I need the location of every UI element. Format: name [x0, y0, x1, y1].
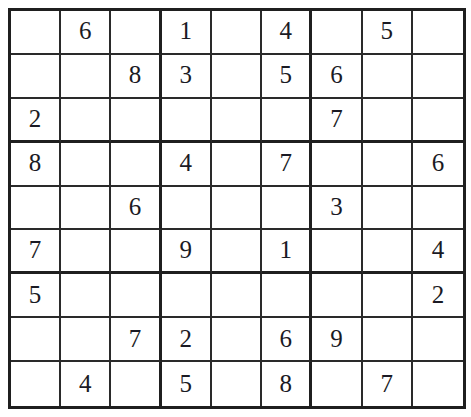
cell-r8c3[interactable]: 7	[111, 318, 161, 362]
cell-r5c1[interactable]	[11, 187, 61, 231]
cell-r4c2[interactable]	[61, 143, 111, 187]
cell-r7c1[interactable]: 5	[11, 274, 61, 318]
cell-r7c4[interactable]	[162, 274, 212, 318]
cell-r9c3[interactable]	[111, 362, 161, 406]
given-digit: 2	[432, 282, 445, 307]
cell-r8c1[interactable]	[11, 318, 61, 362]
given-digit: 7	[380, 371, 393, 396]
given-digit: 8	[129, 62, 142, 87]
given-digit: 4	[279, 18, 292, 43]
cell-r4c6[interactable]: 7	[262, 143, 312, 187]
cell-r4c3[interactable]	[111, 143, 161, 187]
cell-r8c7[interactable]: 9	[312, 318, 362, 362]
cell-r1c9[interactable]	[413, 11, 463, 55]
given-digit: 6	[432, 150, 445, 175]
cell-r8c9[interactable]	[413, 318, 463, 362]
cell-r3c4[interactable]	[162, 99, 212, 143]
cell-r6c4[interactable]: 9	[162, 230, 212, 274]
cell-r4c1[interactable]: 8	[11, 143, 61, 187]
cell-r5c3[interactable]: 6	[111, 187, 161, 231]
cell-r7c3[interactable]	[111, 274, 161, 318]
cell-r3c1[interactable]: 2	[11, 99, 61, 143]
cell-r7c8[interactable]	[363, 274, 413, 318]
given-digit: 7	[330, 106, 343, 131]
cell-r6c8[interactable]	[363, 230, 413, 274]
given-digit: 7	[279, 150, 292, 175]
cell-r5c2[interactable]	[61, 187, 111, 231]
cell-r6c3[interactable]	[111, 230, 161, 274]
cell-r1c8[interactable]: 5	[363, 11, 413, 55]
cell-r1c1[interactable]	[11, 11, 61, 55]
given-digit: 6	[129, 194, 142, 219]
cell-r1c7[interactable]	[312, 11, 362, 55]
given-digit: 4	[432, 237, 445, 262]
cell-r5c5[interactable]	[212, 187, 262, 231]
given-digit: 7	[29, 237, 42, 262]
cell-r4c7[interactable]	[312, 143, 362, 187]
given-digit: 1	[279, 237, 292, 262]
cell-r2c1[interactable]	[11, 55, 61, 99]
given-digit: 2	[29, 106, 42, 131]
cell-r5c6[interactable]	[262, 187, 312, 231]
cell-r7c5[interactable]	[212, 274, 262, 318]
cell-r5c9[interactable]	[413, 187, 463, 231]
cell-r1c6[interactable]: 4	[262, 11, 312, 55]
given-digit: 2	[180, 326, 193, 351]
cell-r3c7[interactable]: 7	[312, 99, 362, 143]
cell-r1c2[interactable]: 6	[61, 11, 111, 55]
cell-r6c1[interactable]: 7	[11, 230, 61, 274]
cell-r2c2[interactable]	[61, 55, 111, 99]
cell-r9c2[interactable]: 4	[61, 362, 111, 406]
cell-r3c3[interactable]	[111, 99, 161, 143]
cell-r7c9[interactable]: 2	[413, 274, 463, 318]
cell-r9c5[interactable]	[212, 362, 262, 406]
cell-r2c9[interactable]	[413, 55, 463, 99]
cell-r2c8[interactable]	[363, 55, 413, 99]
cell-r6c6[interactable]: 1	[262, 230, 312, 274]
cell-r4c4[interactable]: 4	[162, 143, 212, 187]
cell-r4c5[interactable]	[212, 143, 262, 187]
given-digit: 8	[279, 371, 292, 396]
cell-r6c2[interactable]	[61, 230, 111, 274]
cell-r9c1[interactable]	[11, 362, 61, 406]
cell-r3c8[interactable]	[363, 99, 413, 143]
cell-r5c8[interactable]	[363, 187, 413, 231]
cell-r9c9[interactable]	[413, 362, 463, 406]
cell-r6c9[interactable]: 4	[413, 230, 463, 274]
given-digit: 3	[180, 62, 193, 87]
cell-r6c5[interactable]	[212, 230, 262, 274]
cell-r7c6[interactable]	[262, 274, 312, 318]
given-digit: 3	[330, 194, 343, 219]
given-digit: 5	[380, 18, 393, 43]
cell-r4c9[interactable]: 6	[413, 143, 463, 187]
given-digit: 6	[79, 18, 92, 43]
cell-r7c2[interactable]	[61, 274, 111, 318]
given-digit: 5	[29, 282, 42, 307]
cell-r8c4[interactable]: 2	[162, 318, 212, 362]
given-digit: 4	[79, 371, 92, 396]
given-digit: 4	[180, 150, 193, 175]
cell-r3c5[interactable]	[212, 99, 262, 143]
given-digit: 9	[180, 237, 193, 262]
cell-r1c5[interactable]	[212, 11, 262, 55]
cell-r2c5[interactable]	[212, 55, 262, 99]
cell-r3c2[interactable]	[61, 99, 111, 143]
cell-r7c7[interactable]	[312, 274, 362, 318]
cell-r9c7[interactable]	[312, 362, 362, 406]
cell-r1c4[interactable]: 1	[162, 11, 212, 55]
given-digit: 9	[330, 326, 343, 351]
given-digit: 5	[180, 371, 193, 396]
cell-r9c8[interactable]: 7	[363, 362, 413, 406]
given-digit: 6	[330, 62, 343, 87]
cell-r8c5[interactable]	[212, 318, 262, 362]
cell-r4c8[interactable]	[363, 143, 413, 187]
cell-r8c6[interactable]: 6	[262, 318, 312, 362]
sudoku-board: 614583562784766379145272694587	[8, 8, 466, 409]
cell-r3c9[interactable]	[413, 99, 463, 143]
given-digit: 6	[279, 326, 292, 351]
cell-r1c3[interactable]	[111, 11, 161, 55]
cell-r8c8[interactable]	[363, 318, 413, 362]
cell-r6c7[interactable]	[312, 230, 362, 274]
cell-r9c4[interactable]: 5	[162, 362, 212, 406]
cell-r9c6[interactable]: 8	[262, 362, 312, 406]
cell-r3c6[interactable]	[262, 99, 312, 143]
cell-r5c7[interactable]: 3	[312, 187, 362, 231]
given-digit: 7	[129, 326, 142, 351]
cell-r8c2[interactable]	[61, 318, 111, 362]
given-digit: 1	[180, 18, 193, 43]
cell-r2c4[interactable]: 3	[162, 55, 212, 99]
cell-r5c4[interactable]	[162, 187, 212, 231]
given-digit: 5	[279, 62, 292, 87]
cell-r2c6[interactable]: 5	[262, 55, 312, 99]
cell-r2c3[interactable]: 8	[111, 55, 161, 99]
given-digit: 8	[29, 150, 42, 175]
cell-r2c7[interactable]: 6	[312, 55, 362, 99]
